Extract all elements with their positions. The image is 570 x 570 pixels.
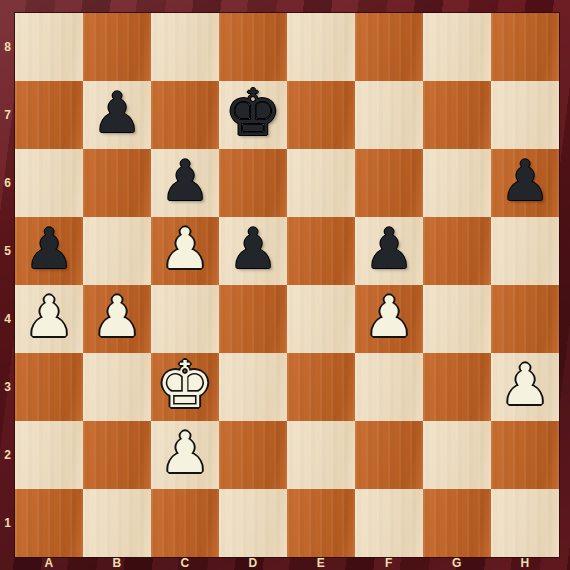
square-b8[interactable]	[83, 13, 151, 81]
piece-black-pawn-a5[interactable]: ♟	[24, 221, 74, 277]
square-c6[interactable]: ♟	[151, 149, 219, 217]
square-f5[interactable]: ♟	[355, 217, 423, 285]
square-g6[interactable]	[423, 149, 491, 217]
piece-black-pawn-f5[interactable]: ♟	[364, 221, 414, 277]
square-h6[interactable]: ♟	[491, 149, 559, 217]
square-f1[interactable]	[355, 489, 423, 557]
square-a3[interactable]	[15, 353, 83, 421]
square-a1[interactable]	[15, 489, 83, 557]
square-d1[interactable]	[219, 489, 287, 557]
square-f4[interactable]: ♟	[355, 285, 423, 353]
square-f8[interactable]	[355, 13, 423, 81]
square-d6[interactable]	[219, 149, 287, 217]
piece-black-pawn-c6[interactable]: ♟	[160, 153, 210, 209]
square-b3[interactable]	[83, 353, 151, 421]
rank-label-2: 2	[0, 421, 15, 489]
square-a5[interactable]: ♟	[15, 217, 83, 285]
square-d2[interactable]	[219, 421, 287, 489]
square-c4[interactable]	[151, 285, 219, 353]
piece-black-pawn-d5[interactable]: ♟	[228, 221, 278, 277]
square-d3[interactable]	[219, 353, 287, 421]
rank-label-8: 8	[0, 13, 15, 81]
piece-black-pawn-h6[interactable]: ♟	[500, 153, 550, 209]
square-d7[interactable]: ♚	[219, 81, 287, 149]
square-g3[interactable]	[423, 353, 491, 421]
piece-black-pawn-b7[interactable]: ♟	[92, 85, 142, 141]
square-c8[interactable]	[151, 13, 219, 81]
square-g8[interactable]	[423, 13, 491, 81]
chess-board-frame: ♟♚♟♟♟♟♟♟♟♟♟♚♟♟ 87654321ABCDEFGH	[0, 0, 570, 570]
square-h3[interactable]: ♟	[491, 353, 559, 421]
square-d5[interactable]: ♟	[219, 217, 287, 285]
rank-label-4: 4	[0, 285, 15, 353]
square-a6[interactable]	[15, 149, 83, 217]
square-c5[interactable]: ♟	[151, 217, 219, 285]
square-b2[interactable]	[83, 421, 151, 489]
file-label-b: B	[83, 555, 151, 570]
piece-black-king-d7[interactable]: ♚	[224, 81, 281, 145]
square-h4[interactable]	[491, 285, 559, 353]
square-e1[interactable]	[287, 489, 355, 557]
rank-label-5: 5	[0, 217, 15, 285]
square-a7[interactable]	[15, 81, 83, 149]
piece-white-pawn-a4[interactable]: ♟	[24, 289, 74, 345]
square-a2[interactable]	[15, 421, 83, 489]
file-label-d: D	[219, 555, 287, 570]
square-c7[interactable]	[151, 81, 219, 149]
square-g2[interactable]	[423, 421, 491, 489]
square-e2[interactable]	[287, 421, 355, 489]
square-e4[interactable]	[287, 285, 355, 353]
square-c3[interactable]: ♚	[151, 353, 219, 421]
file-label-g: G	[423, 555, 491, 570]
square-b4[interactable]: ♟	[83, 285, 151, 353]
piece-white-pawn-b4[interactable]: ♟	[92, 289, 142, 345]
square-e3[interactable]	[287, 353, 355, 421]
square-h7[interactable]	[491, 81, 559, 149]
piece-white-king-c3[interactable]: ♚	[156, 353, 213, 417]
square-a4[interactable]: ♟	[15, 285, 83, 353]
square-g7[interactable]	[423, 81, 491, 149]
file-label-h: H	[491, 555, 559, 570]
piece-white-pawn-c2[interactable]: ♟	[160, 425, 210, 481]
piece-white-pawn-f4[interactable]: ♟	[364, 289, 414, 345]
rank-label-3: 3	[0, 353, 15, 421]
square-h5[interactable]	[491, 217, 559, 285]
piece-white-pawn-h3[interactable]: ♟	[500, 357, 550, 413]
file-label-c: C	[151, 555, 219, 570]
square-b6[interactable]	[83, 149, 151, 217]
rank-label-1: 1	[0, 489, 15, 557]
square-b7[interactable]: ♟	[83, 81, 151, 149]
square-e7[interactable]	[287, 81, 355, 149]
file-label-a: A	[15, 555, 83, 570]
square-a8[interactable]	[15, 13, 83, 81]
square-e6[interactable]	[287, 149, 355, 217]
square-f6[interactable]	[355, 149, 423, 217]
rank-label-6: 6	[0, 149, 15, 217]
rank-label-7: 7	[0, 81, 15, 149]
square-f2[interactable]	[355, 421, 423, 489]
piece-white-pawn-c5[interactable]: ♟	[160, 221, 210, 277]
square-b5[interactable]	[83, 217, 151, 285]
square-c1[interactable]	[151, 489, 219, 557]
square-h2[interactable]	[491, 421, 559, 489]
file-label-f: F	[355, 555, 423, 570]
square-g1[interactable]	[423, 489, 491, 557]
square-f7[interactable]	[355, 81, 423, 149]
square-d8[interactable]	[219, 13, 287, 81]
square-h1[interactable]	[491, 489, 559, 557]
square-c2[interactable]: ♟	[151, 421, 219, 489]
square-d4[interactable]	[219, 285, 287, 353]
file-label-e: E	[287, 555, 355, 570]
square-h8[interactable]	[491, 13, 559, 81]
square-g4[interactable]	[423, 285, 491, 353]
square-f3[interactable]	[355, 353, 423, 421]
square-e8[interactable]	[287, 13, 355, 81]
square-b1[interactable]	[83, 489, 151, 557]
square-e5[interactable]	[287, 217, 355, 285]
square-g5[interactable]	[423, 217, 491, 285]
chess-board: ♟♚♟♟♟♟♟♟♟♟♟♚♟♟	[15, 13, 559, 557]
